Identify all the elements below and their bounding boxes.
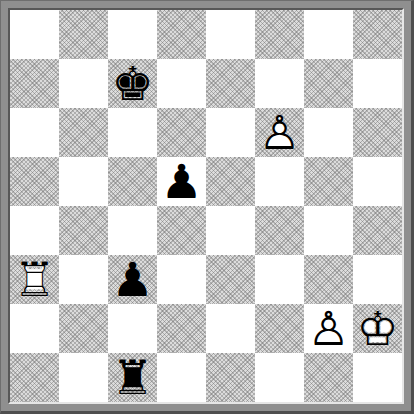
piece-white-rook[interactable]: ♜♖ bbox=[10, 255, 59, 304]
square-h6[interactable] bbox=[353, 108, 402, 157]
square-c1[interactable]: ♜ bbox=[108, 353, 157, 402]
piece-black-king[interactable]: ♚ bbox=[108, 59, 157, 108]
square-d2[interactable] bbox=[157, 304, 206, 353]
square-a7[interactable] bbox=[10, 59, 59, 108]
piece-white-king[interactable]: ♚♔ bbox=[353, 304, 402, 353]
square-c7[interactable]: ♚ bbox=[108, 59, 157, 108]
square-b8[interactable] bbox=[59, 10, 108, 59]
square-d5[interactable]: ♟ bbox=[157, 157, 206, 206]
piece-black-rook[interactable]: ♜ bbox=[108, 353, 157, 402]
square-a6[interactable] bbox=[10, 108, 59, 157]
square-h3[interactable] bbox=[353, 255, 402, 304]
square-d8[interactable] bbox=[157, 10, 206, 59]
board: ♚♟♙♟♜♖♟♟♙♚♔♜ bbox=[10, 10, 402, 402]
square-d4[interactable] bbox=[157, 206, 206, 255]
piece-white-outline: ♙ bbox=[304, 304, 353, 353]
square-c5[interactable] bbox=[108, 157, 157, 206]
piece-white-outline: ♔ bbox=[353, 304, 402, 353]
square-e3[interactable] bbox=[206, 255, 255, 304]
square-f7[interactable] bbox=[255, 59, 304, 108]
square-e5[interactable] bbox=[206, 157, 255, 206]
square-h8[interactable] bbox=[353, 10, 402, 59]
piece-white-outline: ♙ bbox=[255, 108, 304, 157]
square-f8[interactable] bbox=[255, 10, 304, 59]
square-g3[interactable] bbox=[304, 255, 353, 304]
square-g4[interactable] bbox=[304, 206, 353, 255]
square-a3[interactable]: ♜♖ bbox=[10, 255, 59, 304]
square-h2[interactable]: ♚♔ bbox=[353, 304, 402, 353]
square-e6[interactable] bbox=[206, 108, 255, 157]
square-b3[interactable] bbox=[59, 255, 108, 304]
piece-black-pawn[interactable]: ♟ bbox=[108, 255, 157, 304]
square-h5[interactable] bbox=[353, 157, 402, 206]
square-f2[interactable] bbox=[255, 304, 304, 353]
square-d6[interactable] bbox=[157, 108, 206, 157]
square-d3[interactable] bbox=[157, 255, 206, 304]
square-h1[interactable] bbox=[353, 353, 402, 402]
square-b4[interactable] bbox=[59, 206, 108, 255]
square-f3[interactable] bbox=[255, 255, 304, 304]
square-a4[interactable] bbox=[10, 206, 59, 255]
square-g7[interactable] bbox=[304, 59, 353, 108]
square-b1[interactable] bbox=[59, 353, 108, 402]
square-a5[interactable] bbox=[10, 157, 59, 206]
square-c2[interactable] bbox=[108, 304, 157, 353]
square-a1[interactable] bbox=[10, 353, 59, 402]
square-e1[interactable] bbox=[206, 353, 255, 402]
square-f1[interactable] bbox=[255, 353, 304, 402]
square-c4[interactable] bbox=[108, 206, 157, 255]
square-d7[interactable] bbox=[157, 59, 206, 108]
board-frame: ♚♟♙♟♜♖♟♟♙♚♔♜ bbox=[0, 0, 414, 414]
square-g8[interactable] bbox=[304, 10, 353, 59]
square-f5[interactable] bbox=[255, 157, 304, 206]
square-g5[interactable] bbox=[304, 157, 353, 206]
square-e8[interactable] bbox=[206, 10, 255, 59]
square-h4[interactable] bbox=[353, 206, 402, 255]
square-c8[interactable] bbox=[108, 10, 157, 59]
piece-white-outline: ♖ bbox=[10, 255, 59, 304]
square-c3[interactable]: ♟ bbox=[108, 255, 157, 304]
square-a2[interactable] bbox=[10, 304, 59, 353]
square-g1[interactable] bbox=[304, 353, 353, 402]
square-g6[interactable] bbox=[304, 108, 353, 157]
square-a8[interactable] bbox=[10, 10, 59, 59]
board-bevel: ♚♟♙♟♜♖♟♟♙♚♔♜ bbox=[8, 8, 404, 404]
square-g2[interactable]: ♟♙ bbox=[304, 304, 353, 353]
square-d1[interactable] bbox=[157, 353, 206, 402]
square-b5[interactable] bbox=[59, 157, 108, 206]
square-e7[interactable] bbox=[206, 59, 255, 108]
square-c6[interactable] bbox=[108, 108, 157, 157]
piece-white-pawn[interactable]: ♟♙ bbox=[255, 108, 304, 157]
square-b6[interactable] bbox=[59, 108, 108, 157]
square-e4[interactable] bbox=[206, 206, 255, 255]
piece-white-pawn[interactable]: ♟♙ bbox=[304, 304, 353, 353]
piece-black-pawn[interactable]: ♟ bbox=[157, 157, 206, 206]
square-h7[interactable] bbox=[353, 59, 402, 108]
square-e2[interactable] bbox=[206, 304, 255, 353]
square-f6[interactable]: ♟♙ bbox=[255, 108, 304, 157]
square-b2[interactable] bbox=[59, 304, 108, 353]
square-f4[interactable] bbox=[255, 206, 304, 255]
square-b7[interactable] bbox=[59, 59, 108, 108]
